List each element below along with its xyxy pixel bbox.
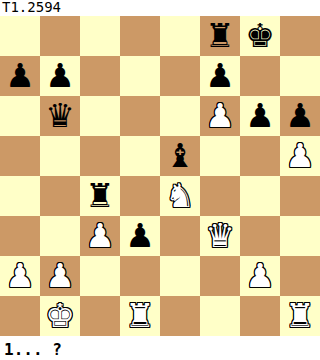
chess-board: ♜♚♟♟♟♛♟♟♟♝♟♜♞♟♟♛♟♟♟♚♜♜ — [0, 16, 320, 336]
square-b6[interactable]: ♛ — [40, 96, 80, 136]
square-e1[interactable] — [160, 296, 200, 336]
square-e6[interactable] — [160, 96, 200, 136]
white-pawn-icon: ♟ — [245, 256, 275, 296]
square-g2[interactable]: ♟ — [240, 256, 280, 296]
square-g4[interactable] — [240, 176, 280, 216]
square-d8[interactable] — [120, 16, 160, 56]
square-b7[interactable]: ♟ — [40, 56, 80, 96]
square-c6[interactable] — [80, 96, 120, 136]
square-d6[interactable] — [120, 96, 160, 136]
square-f6[interactable]: ♟ — [200, 96, 240, 136]
square-h4[interactable] — [280, 176, 320, 216]
square-g3[interactable] — [240, 216, 280, 256]
square-g6[interactable]: ♟ — [240, 96, 280, 136]
square-h5[interactable]: ♟ — [280, 136, 320, 176]
square-f4[interactable] — [200, 176, 240, 216]
square-f1[interactable] — [200, 296, 240, 336]
square-a1[interactable] — [0, 296, 40, 336]
square-f3[interactable]: ♛ — [200, 216, 240, 256]
square-h2[interactable] — [280, 256, 320, 296]
square-e3[interactable] — [160, 216, 200, 256]
square-a4[interactable] — [0, 176, 40, 216]
square-e2[interactable] — [160, 256, 200, 296]
black-pawn-icon: ♟ — [45, 56, 75, 96]
square-h3[interactable] — [280, 216, 320, 256]
square-h8[interactable] — [280, 16, 320, 56]
black-pawn-icon: ♟ — [5, 56, 35, 96]
move-prompt: 1... ? — [0, 336, 320, 360]
black-pawn-icon: ♟ — [285, 96, 315, 136]
square-c7[interactable] — [80, 56, 120, 96]
square-e7[interactable] — [160, 56, 200, 96]
square-a8[interactable] — [0, 16, 40, 56]
black-bishop-icon: ♝ — [165, 136, 195, 176]
square-b5[interactable] — [40, 136, 80, 176]
white-knight-icon: ♞ — [165, 176, 195, 216]
square-a7[interactable]: ♟ — [0, 56, 40, 96]
white-rook-icon: ♜ — [285, 296, 315, 336]
square-b4[interactable] — [40, 176, 80, 216]
square-g7[interactable] — [240, 56, 280, 96]
square-d5[interactable] — [120, 136, 160, 176]
white-king-icon: ♚ — [45, 296, 75, 336]
black-pawn-icon: ♟ — [205, 56, 235, 96]
black-pawn-icon: ♟ — [245, 96, 275, 136]
black-rook-icon: ♜ — [85, 176, 115, 216]
square-c4[interactable]: ♜ — [80, 176, 120, 216]
square-c5[interactable] — [80, 136, 120, 176]
white-pawn-icon: ♟ — [285, 136, 315, 176]
puzzle-id: T1.2594 — [0, 0, 320, 16]
square-f2[interactable] — [200, 256, 240, 296]
black-pawn-icon: ♟ — [125, 216, 155, 256]
square-a5[interactable] — [0, 136, 40, 176]
white-pawn-icon: ♟ — [5, 256, 35, 296]
square-c2[interactable] — [80, 256, 120, 296]
square-h6[interactable]: ♟ — [280, 96, 320, 136]
square-g8[interactable]: ♚ — [240, 16, 280, 56]
square-d4[interactable] — [120, 176, 160, 216]
black-king-icon: ♚ — [245, 16, 275, 56]
white-pawn-icon: ♟ — [45, 256, 75, 296]
square-h7[interactable] — [280, 56, 320, 96]
square-b2[interactable]: ♟ — [40, 256, 80, 296]
square-g5[interactable] — [240, 136, 280, 176]
black-rook-icon: ♜ — [205, 16, 235, 56]
square-c1[interactable] — [80, 296, 120, 336]
square-a2[interactable]: ♟ — [0, 256, 40, 296]
square-c3[interactable]: ♟ — [80, 216, 120, 256]
white-rook-icon: ♜ — [125, 296, 155, 336]
square-a3[interactable] — [0, 216, 40, 256]
square-d3[interactable]: ♟ — [120, 216, 160, 256]
white-pawn-icon: ♟ — [85, 216, 115, 256]
square-c8[interactable] — [80, 16, 120, 56]
square-f7[interactable]: ♟ — [200, 56, 240, 96]
white-queen-icon: ♛ — [205, 216, 235, 256]
square-e4[interactable]: ♞ — [160, 176, 200, 216]
square-d7[interactable] — [120, 56, 160, 96]
square-d1[interactable]: ♜ — [120, 296, 160, 336]
square-g1[interactable] — [240, 296, 280, 336]
square-h1[interactable]: ♜ — [280, 296, 320, 336]
white-pawn-icon: ♟ — [205, 96, 235, 136]
square-b1[interactable]: ♚ — [40, 296, 80, 336]
square-f8[interactable]: ♜ — [200, 16, 240, 56]
square-a6[interactable] — [0, 96, 40, 136]
square-b8[interactable] — [40, 16, 80, 56]
square-d2[interactable] — [120, 256, 160, 296]
square-f5[interactable] — [200, 136, 240, 176]
black-queen-icon: ♛ — [45, 96, 75, 136]
square-b3[interactable] — [40, 216, 80, 256]
square-e5[interactable]: ♝ — [160, 136, 200, 176]
square-e8[interactable] — [160, 16, 200, 56]
